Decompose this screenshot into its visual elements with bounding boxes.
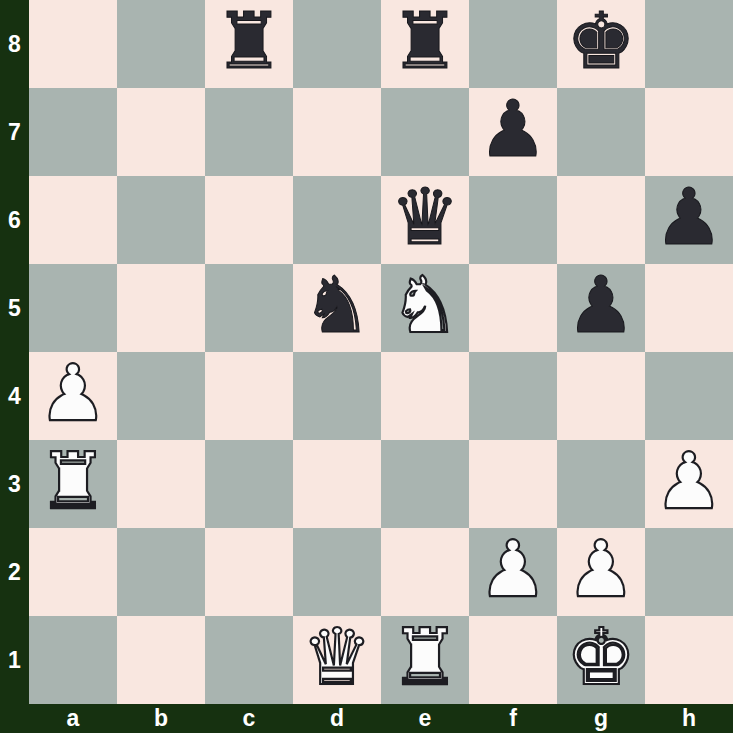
black-rook[interactable]: ♜ bbox=[390, 2, 460, 80]
white-pawn[interactable]: ♟ bbox=[566, 530, 636, 608]
square-f5[interactable] bbox=[469, 264, 557, 352]
rank-label-8: 8 bbox=[0, 0, 29, 88]
black-king[interactable]: ♚ bbox=[566, 2, 636, 80]
white-rook[interactable]: ♜ bbox=[390, 618, 460, 696]
square-d3[interactable] bbox=[293, 440, 381, 528]
square-h1[interactable] bbox=[645, 616, 733, 704]
white-pawn[interactable]: ♟ bbox=[654, 442, 724, 520]
square-e2[interactable] bbox=[381, 528, 469, 616]
square-a8[interactable] bbox=[29, 0, 117, 88]
white-queen[interactable]: ♛ bbox=[302, 618, 372, 696]
rank-label-4: 4 bbox=[0, 352, 29, 440]
square-g1[interactable]: ♚ bbox=[557, 616, 645, 704]
square-c6[interactable] bbox=[205, 176, 293, 264]
square-e3[interactable] bbox=[381, 440, 469, 528]
square-c8[interactable]: ♜ bbox=[205, 0, 293, 88]
rank-label-1: 1 bbox=[0, 616, 29, 704]
square-d4[interactable] bbox=[293, 352, 381, 440]
square-d2[interactable] bbox=[293, 528, 381, 616]
white-pawn[interactable]: ♟ bbox=[38, 354, 108, 432]
rank-label-5: 5 bbox=[0, 264, 29, 352]
square-c7[interactable] bbox=[205, 88, 293, 176]
square-g8[interactable]: ♚ bbox=[557, 0, 645, 88]
file-label-e: e bbox=[381, 704, 469, 733]
square-e6[interactable]: ♛ bbox=[381, 176, 469, 264]
square-h5[interactable] bbox=[645, 264, 733, 352]
square-b2[interactable] bbox=[117, 528, 205, 616]
square-f2[interactable]: ♟ bbox=[469, 528, 557, 616]
white-rook[interactable]: ♜ bbox=[38, 442, 108, 520]
square-e5[interactable]: ♞ bbox=[381, 264, 469, 352]
black-pawn[interactable]: ♟ bbox=[478, 90, 548, 168]
rank-label-3: 3 bbox=[0, 440, 29, 528]
square-h6[interactable]: ♟ bbox=[645, 176, 733, 264]
white-pawn[interactable]: ♟ bbox=[478, 530, 548, 608]
rank-label-2: 2 bbox=[0, 528, 29, 616]
square-g7[interactable] bbox=[557, 88, 645, 176]
square-a5[interactable] bbox=[29, 264, 117, 352]
file-label-h: h bbox=[645, 704, 733, 733]
square-c4[interactable] bbox=[205, 352, 293, 440]
square-c5[interactable] bbox=[205, 264, 293, 352]
square-f1[interactable] bbox=[469, 616, 557, 704]
file-label-d: d bbox=[293, 704, 381, 733]
square-b1[interactable] bbox=[117, 616, 205, 704]
square-g3[interactable] bbox=[557, 440, 645, 528]
board-corner bbox=[0, 704, 29, 733]
square-d7[interactable] bbox=[293, 88, 381, 176]
square-f7[interactable]: ♟ bbox=[469, 88, 557, 176]
square-b5[interactable] bbox=[117, 264, 205, 352]
square-h7[interactable] bbox=[645, 88, 733, 176]
square-d5[interactable]: ♞ bbox=[293, 264, 381, 352]
square-g5[interactable]: ♟ bbox=[557, 264, 645, 352]
square-f6[interactable] bbox=[469, 176, 557, 264]
black-queen[interactable]: ♛ bbox=[390, 178, 460, 256]
square-c2[interactable] bbox=[205, 528, 293, 616]
square-a4[interactable]: ♟ bbox=[29, 352, 117, 440]
square-g6[interactable] bbox=[557, 176, 645, 264]
black-knight[interactable]: ♞ bbox=[302, 266, 372, 344]
square-d6[interactable] bbox=[293, 176, 381, 264]
square-c3[interactable] bbox=[205, 440, 293, 528]
black-pawn[interactable]: ♟ bbox=[654, 178, 724, 256]
square-e7[interactable] bbox=[381, 88, 469, 176]
square-h8[interactable] bbox=[645, 0, 733, 88]
square-b7[interactable] bbox=[117, 88, 205, 176]
square-c1[interactable] bbox=[205, 616, 293, 704]
square-g2[interactable]: ♟ bbox=[557, 528, 645, 616]
square-e8[interactable]: ♜ bbox=[381, 0, 469, 88]
square-a2[interactable] bbox=[29, 528, 117, 616]
square-e1[interactable]: ♜ bbox=[381, 616, 469, 704]
file-label-f: f bbox=[469, 704, 557, 733]
square-h2[interactable] bbox=[645, 528, 733, 616]
file-label-c: c bbox=[205, 704, 293, 733]
square-a7[interactable] bbox=[29, 88, 117, 176]
file-label-b: b bbox=[117, 704, 205, 733]
square-e4[interactable] bbox=[381, 352, 469, 440]
square-f8[interactable] bbox=[469, 0, 557, 88]
square-f3[interactable] bbox=[469, 440, 557, 528]
white-king[interactable]: ♚ bbox=[566, 618, 636, 696]
square-b3[interactable] bbox=[117, 440, 205, 528]
file-label-g: g bbox=[557, 704, 645, 733]
square-f4[interactable] bbox=[469, 352, 557, 440]
square-a3[interactable]: ♜ bbox=[29, 440, 117, 528]
black-pawn[interactable]: ♟ bbox=[566, 266, 636, 344]
square-b6[interactable] bbox=[117, 176, 205, 264]
square-h4[interactable] bbox=[645, 352, 733, 440]
rank-label-6: 6 bbox=[0, 176, 29, 264]
square-b8[interactable] bbox=[117, 0, 205, 88]
square-a6[interactable] bbox=[29, 176, 117, 264]
square-g4[interactable] bbox=[557, 352, 645, 440]
square-d1[interactable]: ♛ bbox=[293, 616, 381, 704]
square-h3[interactable]: ♟ bbox=[645, 440, 733, 528]
square-a1[interactable] bbox=[29, 616, 117, 704]
black-rook[interactable]: ♜ bbox=[214, 2, 284, 80]
file-label-a: a bbox=[29, 704, 117, 733]
square-d8[interactable] bbox=[293, 0, 381, 88]
white-knight[interactable]: ♞ bbox=[390, 266, 460, 344]
chess-board: 8♜♜♚7♟6♛♟5♞♞♟4♟3♜♟2♟♟1♛♜♚abcdefgh bbox=[0, 0, 733, 733]
rank-label-7: 7 bbox=[0, 88, 29, 176]
square-b4[interactable] bbox=[117, 352, 205, 440]
